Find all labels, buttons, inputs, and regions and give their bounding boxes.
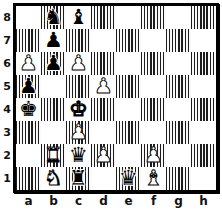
square-b6[interactable]: ♟ <box>41 52 66 75</box>
square-b7[interactable]: ♟ <box>41 29 66 52</box>
square-e6[interactable] <box>116 52 141 75</box>
square-f3[interactable] <box>141 121 166 144</box>
square-g2[interactable] <box>166 144 191 167</box>
square-e5[interactable] <box>116 75 141 98</box>
white-king-piece: ♚ <box>69 98 88 121</box>
white-pawn-piece: ♟ <box>94 75 113 98</box>
white-pawn-piece: ♟ <box>69 121 88 144</box>
square-c4[interactable]: ♚ <box>66 98 91 121</box>
file-label-g: g <box>166 194 191 210</box>
rank-label-1: 1 <box>0 167 13 190</box>
file-label-d: d <box>91 194 116 210</box>
white-pawn-piece: ♟ <box>69 52 88 75</box>
rank-label-8: 8 <box>0 6 13 29</box>
rank-labels: 87654321 <box>0 6 13 190</box>
square-e8[interactable] <box>116 6 141 29</box>
black-bishop-piece: ♝ <box>69 6 88 29</box>
square-f1[interactable]: ♝ <box>141 167 166 190</box>
square-a3[interactable] <box>16 121 41 144</box>
square-b3[interactable] <box>41 121 66 144</box>
square-d1[interactable] <box>91 167 116 190</box>
square-f7[interactable] <box>141 29 166 52</box>
file-label-e: e <box>116 194 141 210</box>
black-pawn-piece: ♟ <box>44 29 63 52</box>
square-a6[interactable]: ♟ <box>16 52 41 75</box>
file-label-a: a <box>16 194 41 210</box>
black-queen-piece: ♛ <box>119 167 138 190</box>
square-b2[interactable]: ♜ <box>41 144 66 167</box>
square-a5[interactable]: ♟ <box>16 75 41 98</box>
square-c5[interactable] <box>66 75 91 98</box>
square-h5[interactable] <box>191 75 216 98</box>
square-d4[interactable] <box>91 98 116 121</box>
square-d5[interactable]: ♟ <box>91 75 116 98</box>
square-c7[interactable] <box>66 29 91 52</box>
rank-label-4: 4 <box>0 98 13 121</box>
square-g1[interactable] <box>166 167 191 190</box>
white-pawn-piece: ♟ <box>144 144 163 167</box>
square-d3[interactable] <box>91 121 116 144</box>
rank-label-3: 3 <box>0 121 13 144</box>
rank-label-6: 6 <box>0 52 13 75</box>
square-a1[interactable] <box>16 167 41 190</box>
square-e4[interactable] <box>116 98 141 121</box>
square-g5[interactable] <box>166 75 191 98</box>
white-bishop-piece: ♝ <box>144 167 163 190</box>
board-area: 87654321 ♞♝♟♟♟♟♟♟♚♚♟♜♛♟♟♞♜♛♝ <box>0 0 222 193</box>
square-c3[interactable]: ♟ <box>66 121 91 144</box>
square-h3[interactable] <box>191 121 216 144</box>
square-h7[interactable] <box>191 29 216 52</box>
white-rook-piece: ♜ <box>44 144 63 167</box>
black-pawn-piece: ♟ <box>19 75 38 98</box>
square-d6[interactable] <box>91 52 116 75</box>
file-labels: abcdefgh <box>16 194 222 210</box>
rank-label-5: 5 <box>0 75 13 98</box>
square-g6[interactable] <box>166 52 191 75</box>
square-h1[interactable] <box>191 167 216 190</box>
white-pawn-piece: ♟ <box>19 52 38 75</box>
square-f2[interactable]: ♟ <box>141 144 166 167</box>
rank-label-7: 7 <box>0 29 13 52</box>
file-label-c: c <box>66 194 91 210</box>
square-e2[interactable] <box>116 144 141 167</box>
file-label-b: b <box>41 194 66 210</box>
square-a4[interactable]: ♚ <box>16 98 41 121</box>
square-h4[interactable] <box>191 98 216 121</box>
black-knight-piece: ♞ <box>44 6 63 29</box>
square-h8[interactable] <box>191 6 216 29</box>
square-c1[interactable]: ♜ <box>66 167 91 190</box>
white-pawn-piece: ♟ <box>94 144 113 167</box>
white-knight-piece: ♞ <box>44 167 63 190</box>
board: ♞♝♟♟♟♟♟♟♚♚♟♜♛♟♟♞♜♛♝ <box>13 3 219 193</box>
square-b1[interactable]: ♞ <box>41 167 66 190</box>
square-e1[interactable]: ♛ <box>116 167 141 190</box>
square-f4[interactable] <box>141 98 166 121</box>
square-c8[interactable]: ♝ <box>66 6 91 29</box>
square-h6[interactable] <box>191 52 216 75</box>
square-f5[interactable] <box>141 75 166 98</box>
square-g4[interactable] <box>166 98 191 121</box>
square-c2[interactable]: ♛ <box>66 144 91 167</box>
rank-label-2: 2 <box>0 144 13 167</box>
file-label-f: f <box>141 194 166 210</box>
square-b8[interactable]: ♞ <box>41 6 66 29</box>
chess-diagram: 87654321 ♞♝♟♟♟♟♟♟♚♚♟♜♛♟♟♞♜♛♝ abcdefgh <box>0 0 222 210</box>
black-king-piece: ♚ <box>19 98 38 121</box>
square-a8[interactable] <box>16 6 41 29</box>
square-a2[interactable] <box>16 144 41 167</box>
square-b5[interactable] <box>41 75 66 98</box>
square-f6[interactable] <box>141 52 166 75</box>
square-g7[interactable] <box>166 29 191 52</box>
square-b4[interactable] <box>41 98 66 121</box>
square-h2[interactable] <box>191 144 216 167</box>
black-pawn-piece: ♟ <box>44 52 63 75</box>
square-g8[interactable] <box>166 6 191 29</box>
square-c6[interactable]: ♟ <box>66 52 91 75</box>
black-rook-piece: ♜ <box>69 167 88 190</box>
square-e3[interactable] <box>116 121 141 144</box>
square-d2[interactable]: ♟ <box>91 144 116 167</box>
square-a7[interactable] <box>16 29 41 52</box>
black-queen-piece: ♛ <box>69 144 88 167</box>
square-e7[interactable] <box>116 29 141 52</box>
square-f8[interactable] <box>141 6 166 29</box>
square-d7[interactable] <box>91 29 116 52</box>
file-label-h: h <box>191 194 216 210</box>
square-d8[interactable] <box>91 6 116 29</box>
square-g3[interactable] <box>166 121 191 144</box>
